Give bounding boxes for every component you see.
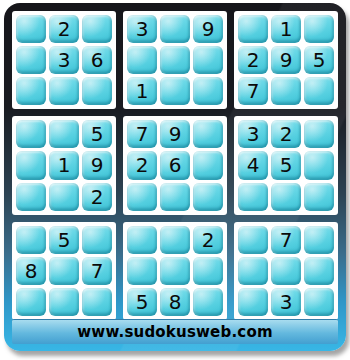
sudoku-cell[interactable] [238, 288, 268, 316]
sudoku-cell[interactable] [193, 120, 223, 148]
sudoku-cell[interactable]: 2 [49, 15, 79, 43]
sudoku-cell[interactable]: 8 [160, 288, 190, 316]
sudoku-cell[interactable] [16, 151, 46, 179]
sudoku-cell[interactable] [16, 226, 46, 254]
sudoku-cell[interactable] [160, 15, 190, 43]
sudoku-cell[interactable] [16, 77, 46, 105]
sudoku-cell[interactable] [16, 183, 46, 211]
sudoku-cell[interactable] [271, 183, 301, 211]
sudoku-cell[interactable]: 7 [271, 226, 301, 254]
sudoku-cell[interactable] [193, 77, 223, 105]
sudoku-cell[interactable] [193, 257, 223, 285]
sudoku-cell[interactable] [16, 288, 46, 316]
sudoku-cell[interactable] [193, 151, 223, 179]
sudoku-cell[interactable] [127, 257, 157, 285]
sudoku-cell[interactable] [238, 183, 268, 211]
sudoku-cell[interactable] [16, 120, 46, 148]
sudoku-cell[interactable] [49, 120, 79, 148]
sudoku-cell[interactable] [193, 288, 223, 316]
sudoku-cell[interactable] [238, 257, 268, 285]
sudoku-cell[interactable]: 8 [16, 257, 46, 285]
sudoku-cell[interactable] [238, 15, 268, 43]
sudoku-cell[interactable] [127, 46, 157, 74]
sudoku-cell[interactable] [82, 15, 112, 43]
footer-url: www.sudokusweb.com [77, 323, 272, 341]
sudoku-cell[interactable]: 3 [127, 15, 157, 43]
sudoku-cell[interactable] [304, 257, 334, 285]
sudoku-cell[interactable] [82, 288, 112, 316]
sudoku-cell[interactable]: 3 [238, 120, 268, 148]
sudoku-cell[interactable]: 2 [193, 226, 223, 254]
sudoku-cell[interactable] [193, 46, 223, 74]
sudoku-cell[interactable] [127, 183, 157, 211]
sudoku-cell[interactable]: 9 [160, 120, 190, 148]
sudoku-cell[interactable]: 1 [271, 15, 301, 43]
sudoku-box: 7926 [123, 116, 227, 214]
sudoku-box: 391 [123, 11, 227, 109]
sudoku-cell[interactable]: 9 [82, 151, 112, 179]
sudoku-cell[interactable] [304, 288, 334, 316]
sudoku-cell[interactable]: 2 [271, 120, 301, 148]
sudoku-cell[interactable] [160, 77, 190, 105]
sudoku-cell[interactable] [16, 46, 46, 74]
sudoku-cell[interactable] [82, 77, 112, 105]
sudoku-cell[interactable]: 3 [49, 46, 79, 74]
sudoku-box: 3245 [234, 116, 338, 214]
sudoku-cell[interactable]: 6 [160, 151, 190, 179]
sudoku-screenshot: 2363911295751927926324558725873 www.sudo… [0, 0, 350, 360]
sudoku-cell[interactable] [238, 226, 268, 254]
sudoku-cell[interactable] [304, 15, 334, 43]
sudoku-cell[interactable] [304, 151, 334, 179]
sudoku-cell[interactable] [304, 183, 334, 211]
sudoku-cell[interactable]: 5 [49, 226, 79, 254]
sudoku-board: 2363911295751927926324558725873 [12, 11, 338, 320]
sudoku-cell[interactable] [160, 183, 190, 211]
sudoku-cell[interactable]: 2 [238, 46, 268, 74]
sudoku-cell[interactable] [49, 257, 79, 285]
sudoku-cell[interactable] [304, 77, 334, 105]
sudoku-cell[interactable]: 9 [193, 15, 223, 43]
sudoku-cell[interactable] [271, 257, 301, 285]
footer-band: www.sudokusweb.com [12, 319, 338, 344]
sudoku-box: 587 [12, 222, 116, 320]
sudoku-cell[interactable] [160, 226, 190, 254]
sudoku-box: 5192 [12, 116, 116, 214]
sudoku-cell[interactable]: 5 [271, 151, 301, 179]
sudoku-cell[interactable]: 2 [82, 183, 112, 211]
sudoku-cell[interactable]: 9 [271, 46, 301, 74]
sudoku-cell[interactable] [82, 226, 112, 254]
sudoku-cell[interactable] [127, 226, 157, 254]
sudoku-cell[interactable]: 1 [49, 151, 79, 179]
sudoku-cell[interactable]: 7 [238, 77, 268, 105]
sudoku-cell[interactable] [271, 77, 301, 105]
sudoku-box: 73 [234, 222, 338, 320]
sudoku-cell[interactable] [160, 257, 190, 285]
sudoku-cell[interactable] [304, 120, 334, 148]
sudoku-box: 236 [12, 11, 116, 109]
sudoku-cell[interactable]: 5 [82, 120, 112, 148]
sudoku-cell[interactable] [49, 288, 79, 316]
board-frame: 2363911295751927926324558725873 www.sudo… [4, 3, 346, 351]
sudoku-cell[interactable] [49, 77, 79, 105]
sudoku-cell[interactable]: 6 [82, 46, 112, 74]
sudoku-cell[interactable]: 3 [271, 288, 301, 316]
sudoku-cell[interactable]: 7 [82, 257, 112, 285]
sudoku-cell[interactable]: 2 [127, 151, 157, 179]
sudoku-box: 258 [123, 222, 227, 320]
sudoku-cell[interactable]: 5 [304, 46, 334, 74]
sudoku-cell[interactable]: 7 [127, 120, 157, 148]
sudoku-box: 12957 [234, 11, 338, 109]
sudoku-cell[interactable]: 1 [127, 77, 157, 105]
sudoku-cell[interactable] [16, 15, 46, 43]
sudoku-cell[interactable] [160, 46, 190, 74]
sudoku-cell[interactable]: 5 [127, 288, 157, 316]
sudoku-cell[interactable] [304, 226, 334, 254]
sudoku-cell[interactable] [193, 183, 223, 211]
sudoku-cell[interactable] [49, 183, 79, 211]
sudoku-cell[interactable]: 4 [238, 151, 268, 179]
